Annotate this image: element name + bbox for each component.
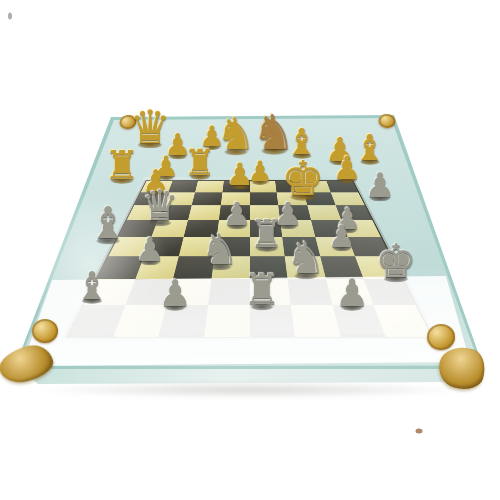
silver-pawn-b3[interactable]: ♟ [135,233,165,266]
silver-pawn-g1[interactable]: ♟ [335,274,369,312]
silver-rook-e1[interactable]: ♜ [243,269,281,311]
rosette-knob-near-right [427,324,455,350]
silver-knight-f2[interactable]: ♞ [286,236,325,280]
gold-rook-c6[interactable]: ♜ [184,145,216,181]
gold-pawn-d6[interactable]: ♟ [226,159,254,190]
chess-set-photo: ♛♟♟♞♞♝♟♝♟♜♟♜♟♟♟♚♟♝♛♟♟♟♟♞♜♟♞♚♝♟♜♟ [0,0,500,500]
gold-pawn-h6[interactable]: ♟ [333,152,362,184]
square-c7[interactable] [192,192,222,205]
silver-pawn-g3[interactable]: ♟ [328,221,356,252]
silver-queen-b4[interactable]: ♛ [141,185,179,227]
square-c6[interactable] [188,205,221,220]
silver-king-h2[interactable]: ♚ [375,238,416,284]
rosette-knob-near-left [32,319,58,343]
glass-cast-shadow [38,382,462,398]
silver-rook-e3[interactable]: ♜ [250,215,284,253]
silver-bishop-a1[interactable]: ♝ [75,267,109,305]
gold-knight-d8[interactable]: ♞ [216,112,255,156]
photo-speck-top-left [8,13,12,20]
silver-bishop-a4[interactable]: ♝ [88,201,127,245]
silver-pawn-h5[interactable]: ♟ [365,168,395,202]
photo-speck-bottom-right [416,429,423,434]
silver-pawn-c1[interactable]: ♟ [158,275,191,312]
gold-rook-a6[interactable]: ♜ [104,145,140,185]
silver-knight-d3[interactable]: ♞ [201,229,239,271]
